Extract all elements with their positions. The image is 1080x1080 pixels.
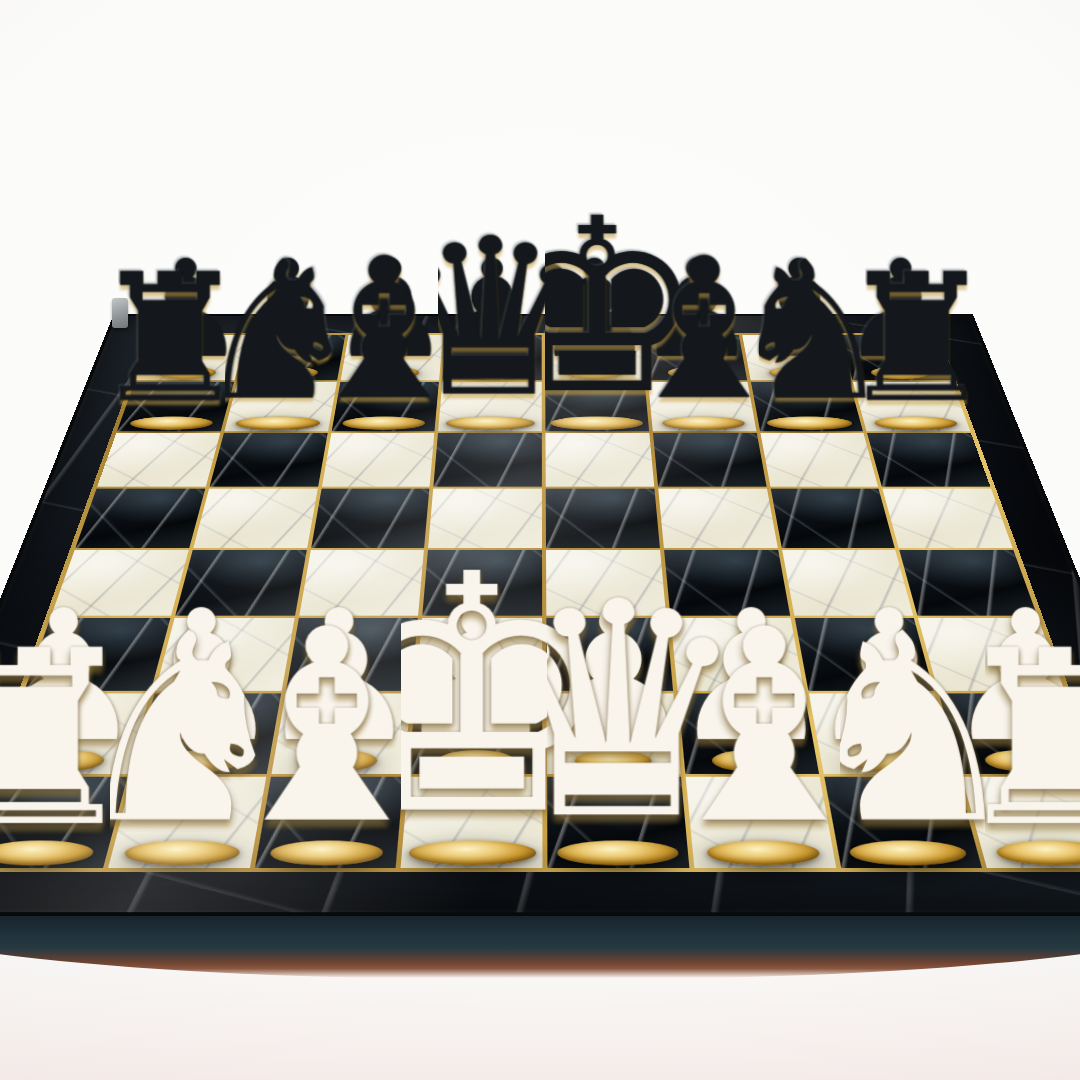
- square-f6: [653, 433, 766, 487]
- square-a5: [75, 489, 205, 548]
- hinge-clasp-icon: [112, 298, 128, 328]
- piece-glyph: ♜: [838, 250, 996, 427]
- chess-board: ♟♟♟♟♟♟♟♟♜♞♝♛♚♝♞♜♟♟♟♟♟♟♟♟♜♞♝♚♛♝♞♜: [0, 314, 1080, 916]
- square-g5: [770, 489, 895, 548]
- square-a6: [97, 433, 220, 487]
- square-d6: [434, 433, 542, 487]
- square-g6: [760, 433, 878, 487]
- square-b6: [209, 433, 327, 487]
- black-rook-piece: ♜: [866, 250, 969, 427]
- white-rook-piece: ♜: [985, 619, 1080, 861]
- square-h5: [883, 489, 1013, 548]
- piece-glyph: ♜: [947, 619, 1080, 861]
- product-photo-stage: ♟♟♟♟♟♟♟♟♜♞♝♛♚♝♞♜♟♟♟♟♟♟♟♟♜♞♝♚♛♝♞♜: [0, 0, 1080, 1080]
- square-h1: ♜: [962, 777, 1080, 868]
- board-grid: ♟♟♟♟♟♟♟♟♜♞♝♛♚♝♞♜♟♟♟♟♟♟♟♟♜♞♝♚♛♝♞♜: [0, 333, 1080, 872]
- square-e6: [545, 433, 654, 487]
- square-b5: [193, 489, 317, 548]
- square-c6: [321, 433, 434, 487]
- square-h6: [867, 433, 990, 487]
- square-h7: ♜: [853, 382, 970, 431]
